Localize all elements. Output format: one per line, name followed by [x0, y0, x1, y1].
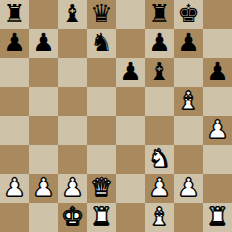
white-king-piece[interactable]: ♚ [61, 202, 83, 231]
white-pawn-piece[interactable]: ♟ [61, 173, 83, 202]
black-queen-piece[interactable]: ♛ [90, 0, 112, 28]
black-pawn-piece[interactable]: ♟ [32, 28, 54, 57]
square-g2[interactable]: ♟ [174, 174, 203, 203]
square-e5[interactable] [116, 87, 145, 116]
square-e7[interactable] [116, 29, 145, 58]
square-e1[interactable] [116, 203, 145, 232]
square-e8[interactable] [116, 0, 145, 29]
square-c8[interactable]: ♝ [58, 0, 87, 29]
black-bishop-piece[interactable]: ♝ [61, 0, 83, 28]
black-pawn-piece[interactable]: ♟ [3, 28, 25, 57]
square-f1[interactable]: ♝ [145, 203, 174, 232]
square-d5[interactable] [87, 87, 116, 116]
square-a5[interactable] [0, 87, 29, 116]
black-pawn-piece[interactable]: ♟ [119, 57, 141, 86]
square-g8[interactable]: ♚ [174, 0, 203, 29]
square-g1[interactable] [174, 203, 203, 232]
square-f8[interactable]: ♜ [145, 0, 174, 29]
square-b3[interactable] [29, 145, 58, 174]
square-f2[interactable]: ♟ [145, 174, 174, 203]
square-d2[interactable]: ♛ [87, 174, 116, 203]
square-e6[interactable]: ♟ [116, 58, 145, 87]
square-h8[interactable] [203, 0, 232, 29]
black-pawn-piece[interactable]: ♟ [177, 28, 199, 57]
black-knight-piece[interactable]: ♞ [90, 28, 112, 57]
square-a4[interactable] [0, 116, 29, 145]
white-pawn-piece[interactable]: ♟ [32, 173, 54, 202]
white-queen-piece[interactable]: ♛ [90, 173, 112, 202]
square-g3[interactable] [174, 145, 203, 174]
square-a2[interactable]: ♟ [0, 174, 29, 203]
square-b6[interactable] [29, 58, 58, 87]
square-a1[interactable] [0, 203, 29, 232]
black-pawn-piece[interactable]: ♟ [206, 57, 228, 86]
square-f6[interactable]: ♝ [145, 58, 174, 87]
square-d6[interactable] [87, 58, 116, 87]
square-e4[interactable] [116, 116, 145, 145]
square-c3[interactable] [58, 145, 87, 174]
square-h6[interactable]: ♟ [203, 58, 232, 87]
black-rook-piece[interactable]: ♜ [3, 0, 25, 28]
square-g7[interactable]: ♟ [174, 29, 203, 58]
square-e3[interactable] [116, 145, 145, 174]
white-pawn-piece[interactable]: ♟ [148, 173, 170, 202]
square-a8[interactable]: ♜ [0, 0, 29, 29]
square-d8[interactable]: ♛ [87, 0, 116, 29]
black-rook-piece[interactable]: ♜ [148, 0, 170, 28]
square-f7[interactable]: ♟ [145, 29, 174, 58]
chess-board: ♜♝♛♜♚♟♟♞♟♟♟♝♟♝♟♞♟♟♟♛♟♟♚♜♝♜ [0, 0, 232, 232]
square-b4[interactable] [29, 116, 58, 145]
square-d3[interactable] [87, 145, 116, 174]
black-pawn-piece[interactable]: ♟ [148, 28, 170, 57]
square-c4[interactable] [58, 116, 87, 145]
square-a7[interactable]: ♟ [0, 29, 29, 58]
square-h3[interactable] [203, 145, 232, 174]
white-rook-piece[interactable]: ♜ [90, 202, 112, 231]
white-rook-piece[interactable]: ♜ [206, 202, 228, 231]
square-a6[interactable] [0, 58, 29, 87]
square-h2[interactable] [203, 174, 232, 203]
white-knight-piece[interactable]: ♞ [148, 144, 170, 173]
square-f4[interactable] [145, 116, 174, 145]
square-e2[interactable] [116, 174, 145, 203]
square-d7[interactable]: ♞ [87, 29, 116, 58]
square-h7[interactable] [203, 29, 232, 58]
square-h5[interactable] [203, 87, 232, 116]
square-h4[interactable]: ♟ [203, 116, 232, 145]
square-c1[interactable]: ♚ [58, 203, 87, 232]
square-g5[interactable]: ♝ [174, 87, 203, 116]
square-g6[interactable] [174, 58, 203, 87]
square-b1[interactable] [29, 203, 58, 232]
square-a3[interactable] [0, 145, 29, 174]
square-f3[interactable]: ♞ [145, 145, 174, 174]
square-b2[interactable]: ♟ [29, 174, 58, 203]
square-b7[interactable]: ♟ [29, 29, 58, 58]
white-bishop-piece[interactable]: ♝ [177, 86, 199, 115]
black-king-piece[interactable]: ♚ [177, 0, 199, 28]
square-g4[interactable] [174, 116, 203, 145]
black-bishop-piece[interactable]: ♝ [148, 57, 170, 86]
square-h1[interactable]: ♜ [203, 203, 232, 232]
white-pawn-piece[interactable]: ♟ [3, 173, 25, 202]
square-c7[interactable] [58, 29, 87, 58]
square-c2[interactable]: ♟ [58, 174, 87, 203]
square-d4[interactable] [87, 116, 116, 145]
square-b8[interactable] [29, 0, 58, 29]
square-c6[interactable] [58, 58, 87, 87]
white-pawn-piece[interactable]: ♟ [177, 173, 199, 202]
white-pawn-piece[interactable]: ♟ [206, 115, 228, 144]
white-bishop-piece[interactable]: ♝ [148, 202, 170, 231]
square-b5[interactable] [29, 87, 58, 116]
square-c5[interactable] [58, 87, 87, 116]
square-f5[interactable] [145, 87, 174, 116]
square-d1[interactable]: ♜ [87, 203, 116, 232]
